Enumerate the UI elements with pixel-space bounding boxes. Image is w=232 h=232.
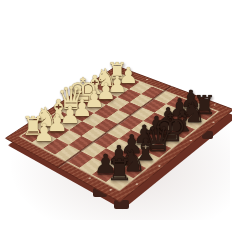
frame-magnet-dot xyxy=(126,71,129,73)
frame-magnet-dot xyxy=(135,183,139,186)
frame-magnet-dot xyxy=(189,139,193,141)
chess-set-product-photo: ♜♞♝♛♚♝♞♜♟♟♟♟♟♟♟♟♟♟♟♟♟♟♟♟♜♞♝♛♚♝♞♜ xyxy=(0,0,232,232)
frame-magnet-dot xyxy=(213,104,216,106)
frame-magnet-dot xyxy=(146,79,149,81)
frame-magnet-dot xyxy=(157,165,161,167)
frame-magnet-dot xyxy=(212,121,215,123)
frame-magnet-dot xyxy=(109,189,113,192)
frame-magnet-dot xyxy=(88,177,92,179)
frame-magnet-dot xyxy=(190,95,193,97)
board-foot xyxy=(114,200,129,209)
